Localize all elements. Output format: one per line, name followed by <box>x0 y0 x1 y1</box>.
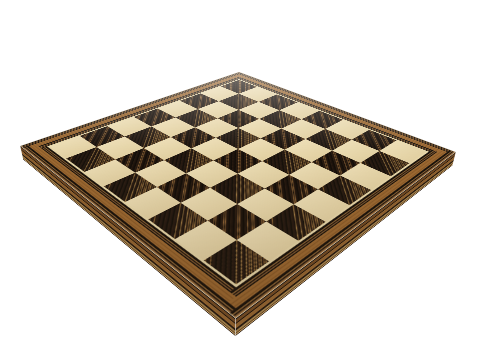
board-square <box>213 149 262 174</box>
product-photo <box>0 0 480 362</box>
board-square <box>293 189 349 222</box>
frame-ebony-inner-bottom <box>39 144 243 296</box>
board-square <box>175 220 237 260</box>
board-square <box>157 173 211 203</box>
frame-brown-bottom <box>29 144 244 308</box>
board-square <box>104 172 158 202</box>
board-square <box>264 175 318 205</box>
board-square <box>266 204 325 240</box>
board-square <box>135 160 186 187</box>
board-square <box>149 203 208 239</box>
frame-ebony-outer-bottom <box>20 144 242 319</box>
chess-board <box>20 72 456 319</box>
board-square <box>84 159 135 186</box>
board-square <box>262 150 311 175</box>
board-square <box>237 221 299 261</box>
board-square <box>66 147 115 172</box>
board-square <box>340 163 391 190</box>
board-square <box>186 161 237 188</box>
board-square <box>181 188 237 221</box>
board-surface <box>20 72 456 319</box>
board-square <box>208 204 267 240</box>
board-square <box>211 174 265 204</box>
frame-ebony-inner-right <box>230 150 438 297</box>
board-square <box>318 175 372 205</box>
board-square <box>289 162 340 189</box>
board-square <box>237 188 293 221</box>
board-square <box>125 187 181 220</box>
board-square <box>115 148 164 173</box>
board-square <box>238 161 289 188</box>
board-square <box>204 240 270 285</box>
frame-brown-right <box>228 149 447 308</box>
frame-ebony-outer-right <box>229 150 456 319</box>
board-grid <box>50 80 426 284</box>
board-square <box>164 148 213 173</box>
board-square <box>360 151 409 176</box>
board-square <box>311 150 360 175</box>
